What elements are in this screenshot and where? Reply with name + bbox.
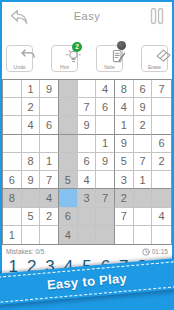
sudoku-cell-r4c6[interactable]: 1	[96, 135, 115, 153]
sudoku-cell-r3c2[interactable]: 4	[22, 116, 41, 134]
sudoku-cell-r2c4[interactable]	[59, 98, 78, 116]
sudoku-cell-r9c1[interactable]: 1	[3, 226, 22, 244]
app-frame: Easy Undo	[0, 0, 174, 310]
sudoku-cell-r6c2[interactable]: 9	[22, 171, 41, 189]
sudoku-cell-r2c5[interactable]: 7	[78, 98, 97, 116]
sudoku-cell-r1c6[interactable]: 4	[96, 80, 115, 98]
sudoku-cell-r5c7[interactable]: 5	[115, 153, 134, 171]
sudoku-cell-r5c4[interactable]	[59, 153, 78, 171]
sudoku-cell-r3c5[interactable]: 9	[78, 116, 97, 134]
sudoku-cell-r9c5[interactable]	[78, 226, 97, 244]
sudoku-cell-r1c4[interactable]	[59, 80, 78, 98]
sudoku-cell-r3c8[interactable]: 2	[134, 116, 153, 134]
mistakes-counter: Mistakes: 0/5	[6, 248, 44, 255]
sudoku-cell-r3c7[interactable]: 1	[115, 116, 134, 134]
sudoku-cell-r4c1[interactable]	[3, 135, 22, 153]
sudoku-cell-r8c5[interactable]	[78, 208, 97, 226]
note-button[interactable]: Note	[96, 45, 123, 72]
sudoku-cell-r5c2[interactable]: 8	[22, 153, 41, 171]
sudoku-cell-r3c1[interactable]	[3, 116, 22, 134]
sudoku-cell-r7c7[interactable]: 2	[115, 189, 134, 207]
page-title: Easy	[2, 10, 172, 22]
promo-ribbon-text: Easy to Play	[46, 271, 127, 293]
sudoku-cell-r4c5[interactable]	[78, 135, 97, 153]
sudoku-cell-r7c3[interactable]: 4	[40, 189, 59, 207]
sudoku-cell-r1c7[interactable]: 8	[115, 80, 134, 98]
sudoku-cell-r6c4[interactable]: 5	[59, 171, 78, 189]
sudoku-cell-r6c7[interactable]: 3	[115, 171, 134, 189]
sudoku-cell-r5c5[interactable]: 6	[78, 153, 97, 171]
sudoku-cell-r5c8[interactable]: 7	[134, 153, 153, 171]
sudoku-cell-r3c9[interactable]	[152, 116, 171, 134]
sudoku-cell-r4c3[interactable]	[40, 135, 59, 153]
sudoku-cell-r2c6[interactable]: 6	[96, 98, 115, 116]
note-toggle-dot	[117, 41, 126, 50]
sudoku-cell-r1c5[interactable]	[78, 80, 97, 98]
pause-button[interactable]	[149, 7, 165, 25]
timer-value: 01:15	[152, 248, 168, 255]
sudoku-cell-r1c8[interactable]: 6	[134, 80, 153, 98]
undo-label: Undo	[14, 64, 26, 70]
sudoku-cell-r9c2[interactable]	[22, 226, 41, 244]
toolbar: Undo Hint 2	[6, 43, 168, 73]
sudoku-cell-r6c3[interactable]: 7	[40, 171, 59, 189]
pause-icon	[149, 11, 165, 28]
sudoku-cell-r8c2[interactable]: 5	[22, 208, 41, 226]
sudoku-cell-r4c2[interactable]	[22, 135, 41, 153]
header: Easy	[2, 2, 172, 32]
sudoku-cell-r6c8[interactable]: 1	[134, 171, 153, 189]
sudoku-cell-r4c7[interactable]: 9	[115, 135, 134, 153]
sudoku-cell-r9c7[interactable]	[115, 226, 134, 244]
sudoku-cell-r1c9[interactable]: 7	[152, 80, 171, 98]
sudoku-cell-r8c7[interactable]: 7	[115, 208, 134, 226]
sudoku-cell-r8c9[interactable]: 4	[152, 208, 171, 226]
undo-button[interactable]: Undo	[6, 45, 33, 72]
hint-button[interactable]: Hint 2	[51, 45, 78, 72]
sudoku-cell-r2c3[interactable]	[40, 98, 59, 116]
sudoku-cell-r4c9[interactable]: 6	[152, 135, 171, 153]
sudoku-cell-r5c3[interactable]: 1	[40, 153, 59, 171]
sudoku-cell-r3c6[interactable]	[96, 116, 115, 134]
sudoku-cell-r6c9[interactable]	[152, 171, 171, 189]
sudoku-cell-r5c9[interactable]: 2	[152, 153, 171, 171]
sudoku-cell-r9c6[interactable]	[96, 226, 115, 244]
sudoku-cell-r6c1[interactable]: 6	[3, 171, 22, 189]
sudoku-cell-r4c8[interactable]	[134, 135, 153, 153]
sudoku-cell-r7c6[interactable]: 7	[96, 189, 115, 207]
sudoku-cell-r1c3[interactable]: 9	[40, 80, 59, 98]
sudoku-cell-r8c1[interactable]	[3, 208, 22, 226]
hint-count-badge: 2	[72, 42, 82, 52]
sudoku-cell-r2c1[interactable]	[3, 98, 22, 116]
sudoku-cell-r7c5[interactable]: 3	[78, 189, 97, 207]
sudoku-cell-r6c5[interactable]: 4	[78, 171, 97, 189]
sudoku-cell-r7c2[interactable]	[22, 189, 41, 207]
sudoku-cell-r1c1[interactable]	[3, 80, 22, 98]
sudoku-cell-r8c6[interactable]	[96, 208, 115, 226]
sudoku-cell-r3c3[interactable]: 6	[40, 116, 59, 134]
sudoku-cell-r7c1[interactable]: 8	[3, 189, 22, 207]
sudoku-cell-r9c4[interactable]: 4	[59, 226, 78, 244]
sudoku-cell-r7c8[interactable]	[134, 189, 153, 207]
sudoku-cell-r3c4[interactable]	[59, 116, 78, 134]
sudoku-cell-r5c1[interactable]	[3, 153, 22, 171]
erase-button[interactable]: Erase	[141, 45, 168, 72]
sudoku-cell-r8c3[interactable]: 2	[40, 208, 59, 226]
sudoku-cell-r7c4[interactable]	[59, 189, 78, 207]
sudoku-cell-r5c6[interactable]: 9	[96, 153, 115, 171]
sudoku-cell-r8c4[interactable]: 6	[59, 208, 78, 226]
sudoku-cell-r2c8[interactable]: 9	[134, 98, 153, 116]
sudoku-board: 1948672764946912196816957269754318437252…	[2, 79, 172, 245]
sudoku-cell-r9c3[interactable]	[40, 226, 59, 244]
sudoku-cell-r2c2[interactable]: 2	[22, 98, 41, 116]
sudoku-cell-r2c9[interactable]	[152, 98, 171, 116]
sudoku-cell-r1c2[interactable]: 1	[22, 80, 41, 98]
sudoku-cell-r8c8[interactable]	[134, 208, 153, 226]
sudoku-cell-r2c7[interactable]: 4	[115, 98, 134, 116]
sudoku-cell-r4c4[interactable]	[59, 135, 78, 153]
sudoku-cell-r7c9[interactable]	[152, 189, 171, 207]
sudoku-cell-r6c6[interactable]	[96, 171, 115, 189]
